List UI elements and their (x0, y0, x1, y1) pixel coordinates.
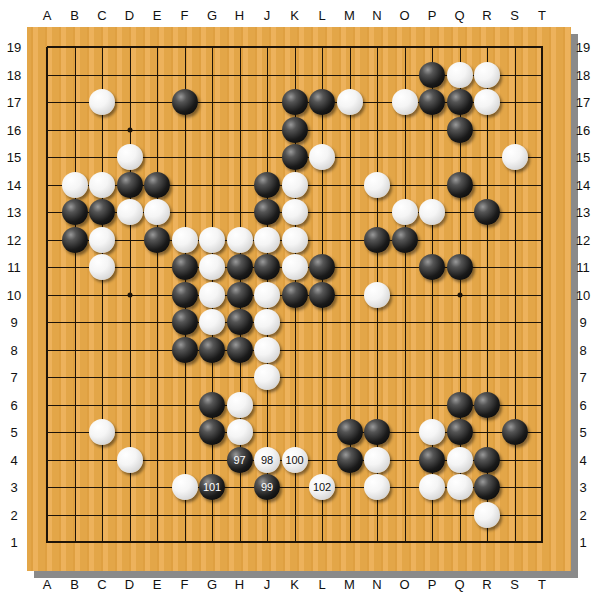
white-stone-O13 (392, 199, 418, 225)
col-label-bottom-R: R (482, 577, 491, 592)
black-stone-L17 (309, 89, 335, 115)
black-stone-F11 (172, 254, 198, 280)
row-label-left-4: 4 (10, 452, 17, 467)
col-label-bottom-L: L (318, 577, 325, 592)
white-stone-P5 (419, 419, 445, 445)
row-label-left-17: 17 (7, 95, 21, 110)
white-stone-H5 (227, 419, 253, 445)
black-stone-F17 (172, 89, 198, 115)
col-label-bottom-P: P (428, 577, 437, 592)
row-label-right-3: 3 (579, 480, 586, 495)
col-label-bottom-N: N (372, 577, 381, 592)
col-label-top-C: C (97, 8, 106, 23)
row-label-left-16: 16 (7, 122, 21, 137)
row-label-left-15: 15 (7, 150, 21, 165)
black-stone-K16 (282, 117, 308, 143)
white-stone-Q4 (447, 447, 473, 473)
row-label-right-17: 17 (576, 95, 590, 110)
row-label-left-5: 5 (10, 425, 17, 440)
black-stone-Q6 (447, 392, 473, 418)
col-label-bottom-O: O (399, 577, 409, 592)
row-label-left-18: 18 (7, 67, 21, 82)
row-label-right-1: 1 (579, 535, 586, 550)
white-stone-J9 (254, 309, 280, 335)
white-stone-O17 (392, 89, 418, 115)
white-stone-B14 (62, 172, 88, 198)
col-label-bottom-E: E (153, 577, 162, 592)
black-stone-K17 (282, 89, 308, 115)
black-stone-B12 (62, 227, 88, 253)
col-label-top-M: M (344, 8, 355, 23)
black-stone-P4 (419, 447, 445, 473)
black-stone-P17 (419, 89, 445, 115)
white-stone-P3 (419, 474, 445, 500)
white-stone-H6 (227, 392, 253, 418)
col-label-bottom-H: H (235, 577, 244, 592)
move-number-label: 102 (313, 474, 331, 500)
col-label-bottom-D: D (125, 577, 134, 592)
white-stone-G12 (199, 227, 225, 253)
row-label-right-18: 18 (576, 67, 590, 82)
move-98-white-stone-J4: 98 (254, 447, 280, 473)
move-100-white-stone-K4: 100 (282, 447, 308, 473)
row-label-right-10: 10 (576, 287, 590, 302)
col-label-top-S: S (510, 8, 519, 23)
black-stone-F8 (172, 337, 198, 363)
black-stone-Q11 (447, 254, 473, 280)
row-label-right-16: 16 (576, 122, 590, 137)
black-stone-D14 (117, 172, 143, 198)
white-stone-K13 (282, 199, 308, 225)
row-label-right-2: 2 (579, 507, 586, 522)
white-stone-R18 (474, 62, 500, 88)
row-label-right-5: 5 (579, 425, 586, 440)
col-label-top-Q: Q (454, 8, 464, 23)
white-stone-C12 (89, 227, 115, 253)
row-label-left-13: 13 (7, 205, 21, 220)
white-stone-F12 (172, 227, 198, 253)
row-label-left-9: 9 (10, 315, 17, 330)
white-stone-D4 (117, 447, 143, 473)
white-stone-E13 (144, 199, 170, 225)
col-label-top-K: K (290, 8, 299, 23)
col-label-top-N: N (372, 8, 381, 23)
black-stone-L10 (309, 282, 335, 308)
black-stone-F10 (172, 282, 198, 308)
row-label-right-12: 12 (576, 232, 590, 247)
move-97-black-stone-H4: 97 (227, 447, 253, 473)
white-stone-K14 (282, 172, 308, 198)
row-label-right-7: 7 (579, 370, 586, 385)
white-stone-N10 (364, 282, 390, 308)
white-stone-C11 (89, 254, 115, 280)
black-stone-R13 (474, 199, 500, 225)
white-stone-K12 (282, 227, 308, 253)
row-label-left-6: 6 (10, 397, 17, 412)
col-label-top-E: E (153, 8, 162, 23)
row-label-left-3: 3 (10, 480, 17, 495)
white-stone-G10 (199, 282, 225, 308)
col-label-top-G: G (207, 8, 217, 23)
white-stone-S15 (502, 144, 528, 170)
col-label-top-A: A (43, 8, 52, 23)
white-stone-C5 (89, 419, 115, 445)
white-stone-L15 (309, 144, 335, 170)
row-label-left-7: 7 (10, 370, 17, 385)
black-stone-J13 (254, 199, 280, 225)
white-stone-G9 (199, 309, 225, 335)
black-stone-R6 (474, 392, 500, 418)
row-label-left-11: 11 (7, 260, 21, 275)
black-stone-N12 (364, 227, 390, 253)
black-stone-E14 (144, 172, 170, 198)
row-label-left-8: 8 (10, 342, 17, 357)
white-stone-J12 (254, 227, 280, 253)
white-stone-Q18 (447, 62, 473, 88)
white-stone-P13 (419, 199, 445, 225)
row-label-right-11: 11 (576, 260, 590, 275)
col-label-top-R: R (482, 8, 491, 23)
black-stone-H10 (227, 282, 253, 308)
black-stone-R3 (474, 474, 500, 500)
white-stone-K11 (282, 254, 308, 280)
black-stone-H9 (227, 309, 253, 335)
black-stone-G6 (199, 392, 225, 418)
row-label-right-13: 13 (576, 205, 590, 220)
col-label-top-F: F (181, 8, 189, 23)
black-stone-Q17 (447, 89, 473, 115)
white-stone-D13 (117, 199, 143, 225)
col-label-top-P: P (428, 8, 437, 23)
white-stone-M17 (337, 89, 363, 115)
col-label-top-H: H (235, 8, 244, 23)
black-stone-M5 (337, 419, 363, 445)
black-stone-Q16 (447, 117, 473, 143)
white-stone-Q3 (447, 474, 473, 500)
move-101-black-stone-G3: 101 (199, 474, 225, 500)
white-stone-R2 (474, 502, 500, 528)
row-label-right-15: 15 (576, 150, 590, 165)
black-stone-H11 (227, 254, 253, 280)
col-label-bottom-G: G (207, 577, 217, 592)
row-label-right-9: 9 (579, 315, 586, 330)
black-stone-J11 (254, 254, 280, 280)
black-stone-P11 (419, 254, 445, 280)
black-stone-B13 (62, 199, 88, 225)
row-label-left-12: 12 (7, 232, 21, 247)
white-stone-J10 (254, 282, 280, 308)
row-label-right-14: 14 (576, 177, 590, 192)
col-label-top-O: O (399, 8, 409, 23)
black-stone-O12 (392, 227, 418, 253)
move-number-label: 98 (261, 447, 273, 473)
go-diagram-page: 979810010199102 AABBCCDDEEFFGGHHJJKKLLMM… (0, 0, 600, 600)
col-label-top-B: B (70, 8, 79, 23)
move-number-label: 99 (261, 474, 273, 500)
move-102-white-stone-L3: 102 (309, 474, 335, 500)
black-stone-E12 (144, 227, 170, 253)
black-stone-Q5 (447, 419, 473, 445)
col-label-bottom-T: T (538, 577, 546, 592)
row-label-left-2: 2 (10, 507, 17, 522)
black-stone-S5 (502, 419, 528, 445)
white-stone-N14 (364, 172, 390, 198)
col-label-bottom-S: S (510, 577, 519, 592)
black-stone-G8 (199, 337, 225, 363)
row-label-right-6: 6 (579, 397, 586, 412)
go-board[interactable]: 979810010199102 (27, 27, 571, 571)
col-label-bottom-K: K (290, 577, 299, 592)
black-stone-P18 (419, 62, 445, 88)
black-stone-N5 (364, 419, 390, 445)
row-label-right-4: 4 (579, 452, 586, 467)
white-stone-J7 (254, 364, 280, 390)
move-number-label: 97 (234, 447, 246, 473)
white-stone-J8 (254, 337, 280, 363)
move-99-black-stone-J3: 99 (254, 474, 280, 500)
col-label-top-L: L (318, 8, 325, 23)
white-stone-H12 (227, 227, 253, 253)
black-stone-F9 (172, 309, 198, 335)
star-point-D10 (127, 292, 132, 297)
move-number-label: 100 (286, 447, 304, 473)
black-stone-L11 (309, 254, 335, 280)
white-stone-N4 (364, 447, 390, 473)
black-stone-R4 (474, 447, 500, 473)
star-point-Q10 (457, 292, 462, 297)
col-label-bottom-M: M (344, 577, 355, 592)
white-stone-C17 (89, 89, 115, 115)
col-label-top-T: T (538, 8, 546, 23)
white-stone-N3 (364, 474, 390, 500)
col-label-bottom-J: J (264, 577, 271, 592)
col-label-bottom-F: F (181, 577, 189, 592)
white-stone-G11 (199, 254, 225, 280)
col-label-bottom-B: B (70, 577, 79, 592)
black-stone-M4 (337, 447, 363, 473)
col-label-bottom-C: C (97, 577, 106, 592)
black-stone-H8 (227, 337, 253, 363)
col-label-bottom-A: A (43, 577, 52, 592)
row-label-left-10: 10 (7, 287, 21, 302)
row-label-right-19: 19 (576, 40, 590, 55)
col-label-top-D: D (125, 8, 134, 23)
row-label-left-1: 1 (10, 535, 17, 550)
black-stone-J14 (254, 172, 280, 198)
white-stone-F3 (172, 474, 198, 500)
black-stone-Q14 (447, 172, 473, 198)
move-number-label: 101 (203, 474, 221, 500)
row-label-left-19: 19 (7, 40, 21, 55)
black-stone-C13 (89, 199, 115, 225)
col-label-bottom-Q: Q (454, 577, 464, 592)
white-stone-R17 (474, 89, 500, 115)
white-stone-D15 (117, 144, 143, 170)
black-stone-G5 (199, 419, 225, 445)
row-label-right-8: 8 (579, 342, 586, 357)
black-stone-K10 (282, 282, 308, 308)
white-stone-C14 (89, 172, 115, 198)
row-label-left-14: 14 (7, 177, 21, 192)
col-label-top-J: J (264, 8, 271, 23)
black-stone-K15 (282, 144, 308, 170)
star-point-D16 (127, 127, 132, 132)
